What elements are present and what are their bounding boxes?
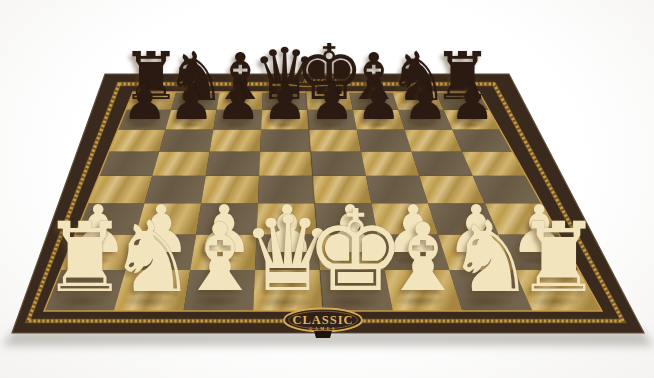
board-square[interactable]	[259, 151, 312, 175]
product-photo-background: CLASSIC CLASSIC GAMES ♜♞♝♛♚♝♞♜♟♟♟♟♟♟♟♟♟♟…	[0, 0, 654, 378]
board-square[interactable]	[152, 151, 209, 175]
board-square[interactable]	[361, 151, 419, 175]
black-pawn[interactable]: ♟	[122, 77, 167, 127]
black-pawn[interactable]: ♟	[403, 77, 448, 127]
black-pawn[interactable]: ♟	[216, 77, 261, 127]
board-square[interactable]	[210, 130, 261, 152]
black-pawn[interactable]: ♟	[262, 77, 307, 127]
hinge-notch	[314, 331, 332, 338]
black-pawn[interactable]: ♟	[449, 77, 494, 127]
board-square[interactable]	[109, 130, 166, 152]
board-square[interactable]	[260, 130, 310, 152]
board-square[interactable]	[206, 151, 261, 175]
board-square[interactable]	[405, 130, 462, 152]
board-square[interactable]	[159, 130, 213, 152]
black-pawn[interactable]: ♟	[309, 77, 354, 127]
board-square[interactable]	[357, 130, 412, 152]
logo-subtitle: GAMES	[309, 326, 337, 331]
board-square[interactable]	[311, 151, 366, 175]
black-pawn[interactable]: ♟	[356, 77, 401, 127]
board-square[interactable]	[309, 130, 361, 152]
black-pawn[interactable]: ♟	[169, 77, 214, 127]
white-rook[interactable]: ♜	[515, 209, 601, 305]
